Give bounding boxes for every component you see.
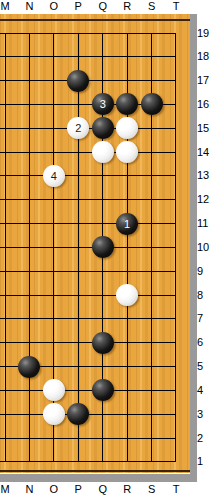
coord-label-right-11: 11 [197, 217, 212, 230]
point-S3[interactable] [139, 402, 163, 426]
point-Q9[interactable] [91, 259, 115, 283]
point-Q1[interactable] [91, 450, 115, 473]
point-S1[interactable] [139, 450, 163, 473]
coord-label-bottom-M: M [0, 483, 15, 496]
coord-label-right-14: 14 [197, 146, 212, 159]
point-S13[interactable] [139, 164, 163, 188]
point-O17[interactable] [42, 69, 66, 93]
point-S10[interactable] [139, 236, 163, 260]
point-N19[interactable] [17, 21, 41, 45]
stone-black-Q4[interactable] [92, 379, 114, 401]
coord-label-bottom-S: S [142, 483, 162, 496]
point-Q13[interactable] [91, 164, 115, 188]
stone-white-R8[interactable] [116, 284, 138, 306]
point-S18[interactable] [139, 45, 163, 69]
point-M4[interactable] [0, 379, 17, 403]
point-Q6[interactable] [91, 331, 115, 355]
point-N17[interactable] [17, 69, 41, 93]
point-P6[interactable] [66, 331, 90, 355]
point-N10[interactable] [17, 236, 41, 260]
point-T17[interactable] [164, 69, 188, 93]
point-Q7[interactable] [91, 307, 115, 331]
point-R6[interactable] [115, 331, 139, 355]
board-grid: 3241 [0, 21, 188, 473]
point-T2[interactable] [164, 426, 188, 450]
point-P14[interactable] [66, 140, 90, 164]
point-T1[interactable] [164, 450, 188, 473]
point-P7[interactable] [66, 307, 90, 331]
point-Q14[interactable] [91, 140, 115, 164]
point-T9[interactable] [164, 259, 188, 283]
point-S19[interactable] [139, 21, 163, 45]
point-T15[interactable] [164, 116, 188, 140]
point-S8[interactable] [139, 283, 163, 307]
point-T13[interactable] [164, 164, 188, 188]
point-O11[interactable] [42, 212, 66, 236]
point-S2[interactable] [139, 426, 163, 450]
point-O19[interactable] [42, 21, 66, 45]
point-N16[interactable] [17, 93, 41, 117]
stone-black-P17[interactable] [67, 70, 89, 92]
point-P16[interactable] [66, 93, 90, 117]
point-M12[interactable] [0, 188, 17, 212]
point-M6[interactable] [0, 331, 17, 355]
point-T14[interactable] [164, 140, 188, 164]
point-R10[interactable] [115, 236, 139, 260]
point-M14[interactable] [0, 140, 17, 164]
point-R19[interactable] [115, 21, 139, 45]
point-R1[interactable] [115, 450, 139, 473]
point-S7[interactable] [139, 307, 163, 331]
point-Q5[interactable] [91, 355, 115, 379]
point-M17[interactable] [0, 69, 17, 93]
point-P19[interactable] [66, 21, 90, 45]
coord-label-bottom-Q: Q [93, 483, 113, 496]
point-R14[interactable] [115, 140, 139, 164]
point-M15[interactable] [0, 116, 17, 140]
stone-black-S16[interactable] [141, 93, 163, 115]
point-T11[interactable] [164, 212, 188, 236]
coord-label-top-N: N [19, 0, 39, 13]
point-Q4[interactable] [91, 379, 115, 403]
point-O3[interactable] [42, 402, 66, 426]
point-P2[interactable] [66, 426, 90, 450]
point-M3[interactable] [0, 402, 17, 426]
go-board[interactable]: 3241 [0, 14, 190, 473]
point-R3[interactable] [115, 402, 139, 426]
point-P11[interactable] [66, 212, 90, 236]
coord-label-right-19: 19 [197, 27, 212, 40]
point-P5[interactable] [66, 355, 90, 379]
stone-white-Q14[interactable] [92, 141, 114, 163]
coord-label-right-10: 10 [197, 241, 212, 254]
move-number: 4 [51, 165, 57, 187]
point-T19[interactable] [164, 21, 188, 45]
coord-label-top-T: T [166, 0, 186, 13]
point-T4[interactable] [164, 379, 188, 403]
point-N14[interactable] [17, 140, 41, 164]
coord-label-bottom-T: T [166, 483, 186, 496]
point-Q10[interactable] [91, 236, 115, 260]
point-P8[interactable] [66, 283, 90, 307]
point-N11[interactable] [17, 212, 41, 236]
point-S9[interactable] [139, 259, 163, 283]
point-S15[interactable] [139, 116, 163, 140]
point-T8[interactable] [164, 283, 188, 307]
point-P4[interactable] [66, 379, 90, 403]
point-M13[interactable] [0, 164, 17, 188]
point-M10[interactable] [0, 236, 17, 260]
point-O2[interactable] [42, 426, 66, 450]
point-M16[interactable] [0, 93, 17, 117]
point-M18[interactable] [0, 45, 17, 69]
point-N8[interactable] [17, 283, 41, 307]
coord-label-right-16: 16 [197, 98, 212, 111]
point-O6[interactable] [42, 331, 66, 355]
stone-black-Q16[interactable]: 3 [92, 93, 114, 115]
point-S4[interactable] [139, 379, 163, 403]
stone-white-R15[interactable] [116, 117, 138, 139]
coord-label-top-R: R [117, 0, 137, 13]
point-N15[interactable] [17, 116, 41, 140]
coord-label-top-O: O [44, 0, 64, 13]
point-P9[interactable] [66, 259, 90, 283]
point-Q11[interactable] [91, 212, 115, 236]
point-Q12[interactable] [91, 188, 115, 212]
point-R12[interactable] [115, 188, 139, 212]
point-R16[interactable] [115, 93, 139, 117]
point-T18[interactable] [164, 45, 188, 69]
stone-white-O13[interactable]: 4 [43, 165, 65, 187]
point-O5[interactable] [42, 355, 66, 379]
stone-white-R14[interactable] [116, 141, 138, 163]
coord-label-bottom-P: P [68, 483, 88, 496]
point-T10[interactable] [164, 236, 188, 260]
point-Q17[interactable] [91, 69, 115, 93]
coord-label-right-15: 15 [197, 122, 212, 135]
coord-label-right-8: 8 [197, 289, 212, 302]
stone-black-P3[interactable] [67, 403, 89, 425]
stone-black-N5[interactable] [18, 356, 40, 378]
point-R11[interactable]: 1 [115, 212, 139, 236]
coord-label-right-6: 6 [197, 336, 212, 349]
point-R4[interactable] [115, 379, 139, 403]
point-S6[interactable] [139, 331, 163, 355]
point-N9[interactable] [17, 259, 41, 283]
point-R9[interactable] [115, 259, 139, 283]
point-N18[interactable] [17, 45, 41, 69]
point-T7[interactable] [164, 307, 188, 331]
point-N7[interactable] [17, 307, 41, 331]
point-P13[interactable] [66, 164, 90, 188]
point-O1[interactable] [42, 450, 66, 473]
point-O18[interactable] [42, 45, 66, 69]
stone-black-Q10[interactable] [92, 236, 114, 258]
stone-black-Q6[interactable] [92, 332, 114, 354]
point-R18[interactable] [115, 45, 139, 69]
point-S5[interactable] [139, 355, 163, 379]
coord-label-top-S: S [142, 0, 162, 13]
coord-label-top-P: P [68, 0, 88, 13]
point-N6[interactable] [17, 331, 41, 355]
point-Q19[interactable] [91, 21, 115, 45]
coord-label-bottom-N: N [19, 483, 39, 496]
move-number: 3 [100, 93, 106, 115]
coord-label-right-2: 2 [197, 432, 212, 445]
stone-black-R16[interactable] [116, 93, 138, 115]
point-R5[interactable] [115, 355, 139, 379]
point-T3[interactable] [164, 402, 188, 426]
point-P18[interactable] [66, 45, 90, 69]
stone-white-O4[interactable] [43, 379, 65, 401]
coord-label-right-13: 13 [197, 169, 212, 182]
board-shadow-bottom [0, 474, 197, 482]
coord-label-right-5: 5 [197, 360, 212, 373]
go-board-diagram: 3241 MNOPQRST MNOPQRST 19181716151413121… [0, 0, 212, 500]
move-number: 1 [124, 213, 130, 235]
point-M8[interactable] [0, 283, 17, 307]
coord-label-top-M: M [0, 0, 15, 13]
point-N3[interactable] [17, 402, 41, 426]
coord-label-right-18: 18 [197, 50, 212, 63]
point-P10[interactable] [66, 236, 90, 260]
point-Q8[interactable] [91, 283, 115, 307]
point-P1[interactable] [66, 450, 90, 473]
point-S11[interactable] [139, 212, 163, 236]
move-number: 2 [75, 117, 81, 139]
point-O4[interactable] [42, 379, 66, 403]
point-R8[interactable] [115, 283, 139, 307]
point-N13[interactable] [17, 164, 41, 188]
point-P15[interactable]: 2 [66, 116, 90, 140]
point-R17[interactable] [115, 69, 139, 93]
point-O9[interactable] [42, 259, 66, 283]
point-O15[interactable] [42, 116, 66, 140]
point-R13[interactable] [115, 164, 139, 188]
point-S16[interactable] [139, 93, 163, 117]
coord-label-right-17: 17 [197, 74, 212, 87]
stone-white-P15[interactable]: 2 [67, 117, 89, 139]
point-M5[interactable] [0, 355, 17, 379]
coord-label-right-4: 4 [197, 384, 212, 397]
point-P17[interactable] [66, 69, 90, 93]
point-N1[interactable] [17, 450, 41, 473]
coord-label-right-7: 7 [197, 312, 212, 325]
coord-label-top-Q: Q [93, 0, 113, 13]
point-M2[interactable] [0, 426, 17, 450]
point-M19[interactable] [0, 21, 17, 45]
point-N4[interactable] [17, 379, 41, 403]
point-Q16[interactable]: 3 [91, 93, 115, 117]
point-N12[interactable] [17, 188, 41, 212]
stone-black-R11[interactable]: 1 [116, 213, 138, 235]
point-S17[interactable] [139, 69, 163, 93]
point-Q15[interactable] [91, 116, 115, 140]
point-P3[interactable] [66, 402, 90, 426]
point-O13[interactable]: 4 [42, 164, 66, 188]
point-N5[interactable] [17, 355, 41, 379]
stone-black-Q15[interactable] [92, 117, 114, 139]
point-R15[interactable] [115, 116, 139, 140]
point-P12[interactable] [66, 188, 90, 212]
coord-label-right-9: 9 [197, 265, 212, 278]
point-S14[interactable] [139, 140, 163, 164]
point-M11[interactable] [0, 212, 17, 236]
point-R2[interactable] [115, 426, 139, 450]
point-O10[interactable] [42, 236, 66, 260]
point-T5[interactable] [164, 355, 188, 379]
coord-label-right-3: 3 [197, 408, 212, 421]
point-M7[interactable] [0, 307, 17, 331]
point-Q3[interactable] [91, 402, 115, 426]
point-O12[interactable] [42, 188, 66, 212]
point-T16[interactable] [164, 93, 188, 117]
point-R7[interactable] [115, 307, 139, 331]
point-S12[interactable] [139, 188, 163, 212]
stone-white-O3[interactable] [43, 403, 65, 425]
coord-label-bottom-O: O [44, 483, 64, 496]
point-M1[interactable] [0, 450, 17, 473]
coord-label-right-1: 1 [197, 455, 212, 468]
point-T6[interactable] [164, 331, 188, 355]
point-O8[interactable] [42, 283, 66, 307]
point-O14[interactable] [42, 140, 66, 164]
point-O7[interactable] [42, 307, 66, 331]
point-T12[interactable] [164, 188, 188, 212]
point-M9[interactable] [0, 259, 17, 283]
point-Q2[interactable] [91, 426, 115, 450]
coord-label-right-12: 12 [197, 193, 212, 206]
point-Q18[interactable] [91, 45, 115, 69]
coord-label-bottom-R: R [117, 483, 137, 496]
point-N2[interactable] [17, 426, 41, 450]
point-O16[interactable] [42, 93, 66, 117]
board-shadow-right [190, 14, 197, 482]
